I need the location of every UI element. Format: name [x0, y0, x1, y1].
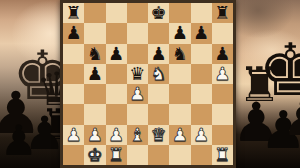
square-h4[interactable] [212, 84, 233, 104]
square-b3[interactable] [84, 104, 105, 124]
square-g4[interactable] [191, 84, 212, 104]
square-g8[interactable] [191, 3, 212, 23]
square-c1[interactable]: ♜ [106, 145, 127, 165]
square-b1[interactable]: ♚ [84, 145, 105, 165]
square-f2[interactable]: ♟ [169, 125, 190, 145]
square-d4[interactable]: ♟ [127, 84, 148, 104]
background-right-panel: ♜♚♟♟♟ [230, 0, 300, 168]
square-g3[interactable] [191, 104, 212, 124]
square-e7[interactable] [148, 23, 169, 43]
square-c2[interactable]: ♟ [106, 125, 127, 145]
piece-white-rook[interactable]: ♜ [214, 145, 230, 163]
square-b6[interactable]: ♞ [84, 44, 105, 64]
silhouette-pawn-icon: ♟ [0, 120, 38, 162]
square-c3[interactable] [106, 104, 127, 124]
square-f5[interactable] [169, 64, 190, 84]
piece-white-pawn[interactable]: ♟ [87, 125, 103, 143]
square-g6[interactable] [191, 44, 212, 64]
square-d2[interactable]: ♝ [127, 125, 148, 145]
square-h7[interactable] [212, 23, 233, 43]
piece-white-rook[interactable]: ♜ [108, 145, 124, 163]
piece-black-pawn[interactable]: ♟ [214, 44, 230, 62]
square-a8[interactable]: ♜ [63, 3, 84, 23]
piece-black-pawn[interactable]: ♟ [172, 24, 188, 42]
square-f8[interactable] [169, 3, 190, 23]
square-e1[interactable] [148, 145, 169, 165]
piece-black-pawn[interactable]: ♟ [66, 24, 82, 42]
silhouette-pawn-icon: ♟ [282, 94, 300, 142]
square-g5[interactable] [191, 64, 212, 84]
piece-black-knight[interactable]: ♞ [172, 44, 188, 62]
square-c8[interactable] [106, 3, 127, 23]
piece-white-pawn[interactable]: ♟ [172, 125, 188, 143]
piece-black-pawn[interactable]: ♟ [151, 44, 167, 62]
piece-black-king[interactable]: ♚ [151, 4, 167, 22]
square-a2[interactable]: ♟ [63, 125, 84, 145]
square-h3[interactable] [212, 104, 233, 124]
piece-black-pawn[interactable]: ♟ [108, 44, 124, 62]
square-f7[interactable]: ♟ [169, 23, 190, 43]
piece-white-pawn[interactable]: ♟ [214, 64, 230, 82]
square-e3[interactable] [148, 104, 169, 124]
piece-black-pawn[interactable]: ♟ [87, 64, 103, 82]
square-c4[interactable] [106, 84, 127, 104]
square-e2[interactable]: ♛ [148, 125, 169, 145]
square-a6[interactable] [63, 44, 84, 64]
square-b2[interactable]: ♟ [84, 125, 105, 145]
square-e5[interactable]: ♞ [148, 64, 169, 84]
square-g2[interactable]: ♟ [191, 125, 212, 145]
square-f4[interactable] [169, 84, 190, 104]
square-h8[interactable]: ♜ [212, 3, 233, 23]
square-c6[interactable]: ♟ [106, 44, 127, 64]
square-b5[interactable]: ♟ [84, 64, 105, 84]
piece-white-pawn[interactable]: ♟ [66, 125, 82, 143]
square-g7[interactable]: ♟ [191, 23, 212, 43]
piece-white-queen[interactable]: ♛ [151, 125, 167, 143]
piece-white-pawn[interactable]: ♟ [193, 125, 209, 143]
square-d6[interactable] [127, 44, 148, 64]
square-d3[interactable] [127, 104, 148, 124]
square-h1[interactable]: ♜ [212, 145, 233, 165]
piece-white-pawn[interactable]: ♟ [129, 85, 145, 103]
square-a3[interactable] [63, 104, 84, 124]
square-f3[interactable] [169, 104, 190, 124]
square-a1[interactable] [63, 145, 84, 165]
square-b7[interactable] [84, 23, 105, 43]
piece-black-rook[interactable]: ♜ [214, 4, 230, 22]
square-b4[interactable] [84, 84, 105, 104]
square-e4[interactable] [148, 84, 169, 104]
square-h2[interactable] [212, 125, 233, 145]
piece-white-knight[interactable]: ♞ [151, 64, 167, 82]
square-a4[interactable] [63, 84, 84, 104]
square-a5[interactable] [63, 64, 84, 84]
chess-board: ♜♚♜♟♟♟♞♟♟♞♟♟♛♞♟♟♟♟♟♝♛♟♟♚♜♜ [60, 0, 236, 168]
square-g1[interactable] [191, 145, 212, 165]
square-d7[interactable] [127, 23, 148, 43]
square-d8[interactable] [127, 3, 148, 23]
square-c7[interactable] [106, 23, 127, 43]
piece-white-king[interactable]: ♚ [87, 145, 103, 163]
piece-white-pawn[interactable]: ♟ [108, 125, 124, 143]
square-e8[interactable]: ♚ [148, 3, 169, 23]
piece-black-knight[interactable]: ♞ [87, 44, 103, 62]
piece-black-rook[interactable]: ♜ [66, 4, 82, 22]
piece-black-pawn[interactable]: ♟ [193, 24, 209, 42]
square-b8[interactable] [84, 3, 105, 23]
square-d1[interactable] [127, 145, 148, 165]
square-f6[interactable]: ♞ [169, 44, 190, 64]
square-f1[interactable] [169, 145, 190, 165]
square-c5[interactable] [106, 64, 127, 84]
square-h5[interactable]: ♟ [212, 64, 233, 84]
piece-black-queen[interactable]: ♛ [129, 64, 145, 82]
chess-game-scene: ♟♚♛♜♟♟ ♜♚♟♟♟ ♜♚♜♟♟♟♞♟♟♞♟♟♛♞♟♟♟♟♟♝♛♟♟♚♜♜ [0, 0, 300, 168]
square-a7[interactable]: ♟ [63, 23, 84, 43]
square-d5[interactable]: ♛ [127, 64, 148, 84]
square-e6[interactable]: ♟ [148, 44, 169, 64]
piece-white-bishop[interactable]: ♝ [129, 125, 145, 143]
square-h6[interactable]: ♟ [212, 44, 233, 64]
